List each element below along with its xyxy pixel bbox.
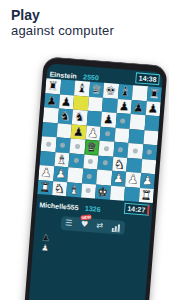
square-g4[interactable] (127, 143, 143, 159)
black-p-h7[interactable]: ♟ (147, 101, 159, 116)
square-e1[interactable]: ♚ (95, 184, 111, 200)
square-f3[interactable]: ♞ (112, 156, 128, 172)
square-h8[interactable]: ♜ (146, 86, 162, 102)
black-r-h8[interactable]: ♜ (148, 86, 160, 101)
bottom-player-name: Michelle555 (39, 201, 79, 211)
square-g2[interactable]: ♟ (125, 172, 141, 188)
square-a3[interactable] (39, 151, 55, 167)
bottom-player-clock: 14:27 (124, 203, 150, 216)
square-f8[interactable]: ♝ (117, 84, 133, 100)
square-a1[interactable]: ♜ (37, 179, 53, 195)
square-b3[interactable]: ♝ (54, 152, 70, 168)
square-g6[interactable] (130, 114, 146, 130)
square-d4[interactable]: ♛ (84, 140, 100, 156)
app-screen: Einstein 2550 14:38 ♜♝♛♚♝♜♟♟♟♟♟♞♞♟♟♟♛♝♞♟… (28, 63, 163, 300)
menu-icon[interactable]: ☰ (65, 216, 73, 231)
square-f4[interactable] (113, 142, 129, 158)
square-b2[interactable]: ♟ (53, 166, 69, 182)
square-e8[interactable]: ♚ (103, 83, 119, 99)
square-h2[interactable]: ♟ (140, 173, 156, 189)
white-p-b2[interactable]: ♟ (55, 166, 67, 181)
square-a4[interactable] (41, 136, 57, 152)
square-d6[interactable] (86, 111, 102, 127)
heart-glyph: ♥ (81, 219, 89, 229)
square-b6[interactable]: ♞ (57, 108, 73, 124)
top-player-clock: 14:38 (135, 72, 160, 85)
square-c8[interactable]: ♝ (74, 81, 90, 97)
square-d3[interactable] (83, 154, 99, 170)
top-player-name: Einstein (49, 70, 77, 79)
white-p-f2[interactable]: ♟ (112, 171, 124, 186)
square-a2[interactable]: ♟ (38, 165, 54, 181)
square-h7[interactable]: ♟ (145, 101, 161, 117)
square-c1[interactable]: ♝ (66, 182, 82, 198)
legal-move-dot-b4[interactable] (60, 142, 65, 147)
stats-bars (111, 222, 121, 232)
square-g7[interactable]: ♟ (131, 100, 147, 116)
toolbar: ☰ ♥ NEW ⇄ (60, 216, 125, 235)
legal-move-dot-f4[interactable] (118, 147, 123, 152)
square-d8[interactable]: ♛ (89, 82, 105, 98)
black-b-f8[interactable]: ♝ (119, 84, 131, 99)
white-p-a2[interactable]: ♟ (40, 165, 52, 180)
phone-mockup: Einstein 2550 14:38 ♜♝♛♚♝♜♟♟♟♟♟♞♞♟♟♟♛♝♞♟… (24, 56, 168, 300)
square-e5[interactable] (100, 126, 116, 142)
square-d2[interactable] (82, 168, 98, 184)
white-p-g2[interactable]: ♟ (127, 172, 139, 187)
square-e3[interactable] (97, 155, 113, 171)
square-f7[interactable]: ♟ (116, 98, 132, 114)
square-h6[interactable] (144, 115, 160, 131)
square-c5[interactable]: ♟ (71, 124, 87, 140)
square-a7[interactable]: ♟ (44, 93, 60, 109)
square-f6[interactable] (115, 113, 131, 129)
square-b1[interactable]: ♞ (52, 181, 68, 197)
square-c4[interactable] (70, 138, 86, 154)
square-h1[interactable]: ♜ (138, 187, 154, 203)
white-p-d5[interactable]: ♟ (87, 125, 99, 140)
legal-move-dot-e4[interactable] (104, 146, 109, 151)
square-a5[interactable] (42, 122, 58, 138)
white-k-e1[interactable]: ♚ (97, 184, 109, 199)
square-g5[interactable] (128, 128, 144, 144)
white-n-f3[interactable]: ♞ (114, 156, 126, 171)
legal-move-dot-a4[interactable] (46, 141, 51, 146)
black-p-b7[interactable]: ♟ (60, 94, 72, 109)
square-c2[interactable] (67, 167, 83, 183)
white-p-h2[interactable]: ♟ (141, 173, 153, 188)
square-a6[interactable] (43, 107, 59, 123)
black-q-d8[interactable]: ♛ (90, 82, 102, 97)
black-p-a7[interactable]: ♟ (46, 93, 58, 108)
legal-move-dot-d3[interactable] (88, 159, 93, 164)
square-e2[interactable] (96, 170, 112, 186)
new-badge: NEW (80, 214, 92, 220)
legal-move-dot-h4[interactable] (147, 149, 152, 154)
square-f5[interactable] (114, 127, 130, 143)
square-d7[interactable] (87, 96, 103, 112)
square-c3[interactable] (68, 153, 84, 169)
chess-board[interactable]: ♜♝♛♚♝♜♟♟♟♟♟♞♞♟♟♟♛♝♞♟♟♟♟♟♜♞♝♚♜ (37, 78, 162, 203)
square-f1[interactable] (109, 185, 125, 201)
square-h5[interactable] (143, 130, 159, 146)
square-e6[interactable]: ♟ (101, 112, 117, 128)
legal-move-dot-d1[interactable] (86, 188, 91, 193)
white-q-d4[interactable]: ♛ (86, 140, 98, 155)
square-e7[interactable] (102, 97, 118, 113)
captured-white-pawn: ♟ (41, 242, 50, 253)
black-p-e6[interactable]: ♟ (103, 112, 115, 127)
legal-move-dot-g4[interactable] (132, 148, 137, 153)
headline: Play against computer (11, 8, 114, 38)
black-n-c6[interactable]: ♞ (74, 110, 86, 125)
white-r-h1[interactable]: ♜ (140, 188, 152, 203)
black-p-g7[interactable]: ♟ (133, 100, 145, 115)
white-b-c1[interactable]: ♝ (68, 182, 80, 197)
white-r-a1[interactable]: ♜ (39, 180, 51, 195)
square-b5[interactable] (56, 123, 72, 139)
square-d5[interactable]: ♟ (85, 125, 101, 141)
white-n-b1[interactable]: ♞ (54, 181, 66, 196)
promo-image: Play against computer Einstein 2550 14:3… (0, 0, 169, 300)
square-a8[interactable]: ♜ (45, 78, 61, 94)
square-b7[interactable]: ♟ (58, 94, 74, 110)
square-b4[interactable] (55, 137, 71, 153)
captured-pieces: ♟ ♟ (41, 232, 150, 260)
square-h4[interactable] (142, 144, 158, 160)
headline-sub: against computer (11, 24, 114, 39)
black-k-e8[interactable]: ♚ (105, 83, 117, 98)
legal-move-dot-c4[interactable] (75, 144, 80, 149)
legal-move-dot-d2[interactable] (87, 174, 92, 179)
white-b-b3[interactable]: ♝ (56, 152, 68, 167)
black-n-b6[interactable]: ♞ (59, 108, 71, 123)
hearts-icon[interactable]: ♥ NEW (80, 217, 88, 232)
legal-move-dot-e5[interactable] (105, 131, 110, 136)
square-f2[interactable]: ♟ (111, 171, 127, 187)
black-p-c5[interactable]: ♟ (73, 124, 85, 139)
black-r-a8[interactable]: ♜ (47, 78, 59, 93)
black-b-c8[interactable]: ♝ (76, 81, 88, 96)
square-b8[interactable] (60, 79, 76, 95)
swap-icon[interactable]: ⇄ (96, 219, 104, 233)
square-g8[interactable] (132, 85, 148, 101)
stats-icon[interactable] (111, 222, 121, 232)
headline-bold: Play (11, 8, 114, 24)
square-d1[interactable] (81, 183, 97, 199)
legal-move-dot-c3[interactable] (73, 158, 78, 163)
square-c7[interactable] (73, 95, 89, 111)
captured-black-pawn: ♟ (41, 232, 50, 243)
square-g3[interactable] (126, 157, 142, 173)
square-h3[interactable] (141, 159, 157, 175)
square-g1[interactable] (124, 186, 140, 202)
square-e4[interactable] (98, 141, 114, 157)
square-c6[interactable]: ♞ (72, 109, 88, 125)
bottom-player-rating: 1326 (85, 204, 101, 212)
legal-move-dot-f6[interactable] (120, 118, 125, 123)
legal-move-dot-e3[interactable] (102, 160, 107, 165)
top-player-rating: 2550 (83, 73, 99, 81)
black-p-f7[interactable]: ♟ (118, 99, 130, 114)
